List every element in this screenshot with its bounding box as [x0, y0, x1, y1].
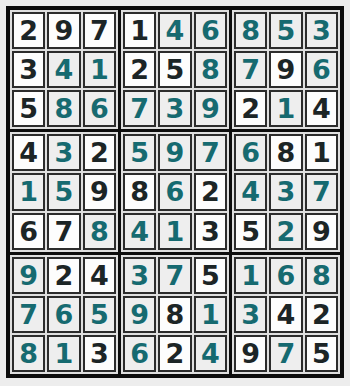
cell-r4c2[interactable]: 3	[47, 134, 80, 171]
cell-r4c5[interactable]: 9	[158, 134, 191, 171]
cell-r8c5[interactable]: 8	[158, 296, 191, 333]
cell-r2c1[interactable]: 3	[12, 51, 45, 88]
cell-r3c8[interactable]: 1	[269, 90, 302, 127]
cell-r3c2[interactable]: 8	[47, 90, 80, 127]
cell-r7c1[interactable]: 9	[12, 257, 45, 294]
box-3: 853796214	[232, 10, 340, 129]
cell-r1c2[interactable]: 9	[47, 12, 80, 49]
cell-r6c3[interactable]: 8	[83, 213, 116, 250]
cell-r5c6[interactable]: 2	[194, 173, 227, 210]
cell-r9c3[interactable]: 3	[83, 335, 116, 372]
cell-r9c6[interactable]: 4	[194, 335, 227, 372]
cell-r2c6[interactable]: 8	[194, 51, 227, 88]
cell-r2c5[interactable]: 5	[158, 51, 191, 88]
cell-r3c3[interactable]: 6	[83, 90, 116, 127]
cell-r6c9[interactable]: 9	[305, 213, 338, 250]
cell-r9c2[interactable]: 1	[47, 335, 80, 372]
cell-r9c5[interactable]: 2	[158, 335, 191, 372]
cell-r7c8[interactable]: 6	[269, 257, 302, 294]
cell-r3c5[interactable]: 3	[158, 90, 191, 127]
cell-r4c7[interactable]: 6	[234, 134, 267, 171]
box-7: 924765813	[10, 255, 118, 374]
cell-r6c6[interactable]: 3	[194, 213, 227, 250]
box-6: 681437529	[232, 132, 340, 251]
cell-r1c9[interactable]: 3	[305, 12, 338, 49]
cell-r6c1[interactable]: 6	[12, 213, 45, 250]
cell-r8c3[interactable]: 5	[83, 296, 116, 333]
cell-r1c8[interactable]: 5	[269, 12, 302, 49]
box-1: 297341586	[10, 10, 118, 129]
cell-r7c7[interactable]: 1	[234, 257, 267, 294]
cell-r9c1[interactable]: 8	[12, 335, 45, 372]
cell-r3c6[interactable]: 9	[194, 90, 227, 127]
cell-r5c4[interactable]: 8	[123, 173, 156, 210]
box-2: 146258739	[121, 10, 229, 129]
cell-r3c7[interactable]: 2	[234, 90, 267, 127]
cell-r5c8[interactable]: 3	[269, 173, 302, 210]
cell-r2c9[interactable]: 6	[305, 51, 338, 88]
box-9: 168342975	[232, 255, 340, 374]
cell-r8c4[interactable]: 9	[123, 296, 156, 333]
cell-r7c4[interactable]: 3	[123, 257, 156, 294]
cell-r5c3[interactable]: 9	[83, 173, 116, 210]
page: 2973415861462587398537962144321596785978…	[0, 0, 350, 386]
cell-r7c5[interactable]: 7	[158, 257, 191, 294]
box-5: 597862413	[121, 132, 229, 251]
cell-r8c7[interactable]: 3	[234, 296, 267, 333]
cell-r4c3[interactable]: 2	[83, 134, 116, 171]
cell-r1c4[interactable]: 1	[123, 12, 156, 49]
cell-r1c6[interactable]: 6	[194, 12, 227, 49]
cell-r5c9[interactable]: 7	[305, 173, 338, 210]
cell-r2c7[interactable]: 7	[234, 51, 267, 88]
cell-r9c7[interactable]: 9	[234, 335, 267, 372]
box-8: 375981624	[121, 255, 229, 374]
cell-r9c8[interactable]: 7	[269, 335, 302, 372]
cell-r6c5[interactable]: 1	[158, 213, 191, 250]
cell-r4c6[interactable]: 7	[194, 134, 227, 171]
cell-r2c8[interactable]: 9	[269, 51, 302, 88]
cell-r4c1[interactable]: 4	[12, 134, 45, 171]
cell-r2c4[interactable]: 2	[123, 51, 156, 88]
cell-r8c2[interactable]: 6	[47, 296, 80, 333]
cell-r7c9[interactable]: 8	[305, 257, 338, 294]
cell-r1c3[interactable]: 7	[83, 12, 116, 49]
cell-r6c4[interactable]: 4	[123, 213, 156, 250]
cell-r4c4[interactable]: 5	[123, 134, 156, 171]
cell-r6c7[interactable]: 5	[234, 213, 267, 250]
cell-r8c6[interactable]: 1	[194, 296, 227, 333]
cell-r2c2[interactable]: 4	[47, 51, 80, 88]
cell-r5c2[interactable]: 5	[47, 173, 80, 210]
cell-r5c5[interactable]: 6	[158, 173, 191, 210]
cell-r9c9[interactable]: 5	[305, 335, 338, 372]
cell-r6c8[interactable]: 2	[269, 213, 302, 250]
cell-r8c9[interactable]: 2	[305, 296, 338, 333]
cell-r6c2[interactable]: 7	[47, 213, 80, 250]
cell-r4c9[interactable]: 1	[305, 134, 338, 171]
cell-r7c3[interactable]: 4	[83, 257, 116, 294]
cell-r5c1[interactable]: 1	[12, 173, 45, 210]
cell-r3c1[interactable]: 5	[12, 90, 45, 127]
box-4: 432159678	[10, 132, 118, 251]
cell-r1c5[interactable]: 4	[158, 12, 191, 49]
cell-r4c8[interactable]: 8	[269, 134, 302, 171]
cell-r8c1[interactable]: 7	[12, 296, 45, 333]
cell-r7c6[interactable]: 5	[194, 257, 227, 294]
sudoku-board: 2973415861462587398537962144321596785978…	[6, 6, 344, 378]
cell-r3c4[interactable]: 7	[123, 90, 156, 127]
cell-r1c1[interactable]: 2	[12, 12, 45, 49]
cell-r8c8[interactable]: 4	[269, 296, 302, 333]
cell-r5c7[interactable]: 4	[234, 173, 267, 210]
cell-r1c7[interactable]: 8	[234, 12, 267, 49]
cell-r9c4[interactable]: 6	[123, 335, 156, 372]
cell-r3c9[interactable]: 4	[305, 90, 338, 127]
cell-r2c3[interactable]: 1	[83, 51, 116, 88]
cell-r7c2[interactable]: 2	[47, 257, 80, 294]
